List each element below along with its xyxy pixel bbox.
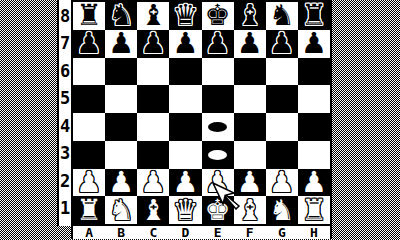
square-b1[interactable]: ♞ [105, 196, 137, 224]
square-b7[interactable]: ♟ [105, 30, 137, 58]
square-g1[interactable]: ♞ [266, 196, 298, 224]
square-e4[interactable] [202, 113, 234, 141]
piece-white-pawn[interactable]: ♟ [237, 169, 263, 196]
square-g4[interactable] [266, 113, 298, 141]
square-a5[interactable] [73, 85, 105, 113]
piece-white-knight[interactable]: ♞ [269, 197, 295, 224]
square-d6[interactable] [169, 58, 201, 86]
file-label: D [169, 226, 201, 239]
square-d5[interactable] [169, 85, 201, 113]
square-b6[interactable] [105, 58, 137, 86]
piece-black-pawn[interactable]: ♟ [76, 30, 102, 57]
rank-label: 8 [59, 2, 71, 30]
square-g6[interactable] [266, 58, 298, 86]
piece-white-queen[interactable]: ♛ [172, 197, 198, 224]
rank-label: 3 [59, 140, 71, 168]
piece-white-knight[interactable]: ♞ [108, 197, 134, 224]
square-c4[interactable] [137, 113, 169, 141]
square-e1[interactable]: ♚ [202, 196, 234, 224]
square-f5[interactable] [234, 85, 266, 113]
square-c1[interactable]: ♝ [137, 196, 169, 224]
file-label: H [298, 226, 330, 239]
rank-label: 6 [59, 57, 71, 85]
piece-white-pawn[interactable]: ♟ [108, 169, 134, 196]
square-d1[interactable]: ♛ [169, 196, 201, 224]
rank-label: 7 [59, 30, 71, 58]
square-c6[interactable] [137, 58, 169, 86]
piece-white-king[interactable]: ♚ [205, 197, 231, 224]
square-c7[interactable]: ♟ [137, 30, 169, 58]
square-f6[interactable] [234, 58, 266, 86]
file-label: F [234, 226, 266, 239]
square-h6[interactable] [298, 58, 330, 86]
square-a6[interactable] [73, 58, 105, 86]
square-a7[interactable]: ♟ [73, 30, 105, 58]
square-d4[interactable] [169, 113, 201, 141]
piece-black-pawn[interactable]: ♟ [172, 30, 198, 57]
piece-white-pawn[interactable]: ♟ [301, 169, 327, 196]
move-hint-dot [208, 122, 227, 132]
file-label: A [73, 226, 105, 239]
rank-label: 1 [59, 195, 71, 223]
piece-white-rook[interactable]: ♜ [301, 197, 327, 224]
piece-white-pawn[interactable]: ♟ [172, 169, 198, 196]
square-f4[interactable] [234, 113, 266, 141]
rank-label: 4 [59, 112, 71, 140]
piece-black-pawn[interactable]: ♟ [108, 30, 134, 57]
piece-black-pawn[interactable]: ♟ [269, 30, 295, 57]
rank-labels-strip: 87654321 [57, 0, 71, 226]
square-f1[interactable]: ♝ [234, 196, 266, 224]
piece-white-pawn[interactable]: ♟ [76, 169, 102, 196]
square-f7[interactable]: ♟ [234, 30, 266, 58]
square-h5[interactable] [298, 85, 330, 113]
chess-board[interactable]: ♜♞♝♛♚♝♞♜♟♟♟♟♟♟♟♟♟♟♟♟♟♟♟♟♜♞♝♛♚♝♞♜ [71, 0, 332, 226]
square-e6[interactable] [202, 58, 234, 86]
rank-label: 5 [59, 85, 71, 113]
square-h4[interactable] [298, 113, 330, 141]
piece-black-pawn[interactable]: ♟ [301, 30, 327, 57]
rank-label: 2 [59, 167, 71, 195]
piece-white-pawn[interactable]: ♟ [269, 169, 295, 196]
move-hint-dot [208, 150, 227, 160]
file-label: C [137, 226, 169, 239]
square-a4[interactable] [73, 113, 105, 141]
file-label: B [105, 226, 137, 239]
square-g5[interactable] [266, 85, 298, 113]
piece-white-bishop[interactable]: ♝ [140, 197, 166, 224]
piece-white-rook[interactable]: ♜ [76, 197, 102, 224]
square-g7[interactable]: ♟ [266, 30, 298, 58]
square-h1[interactable]: ♜ [298, 196, 330, 224]
square-e5[interactable] [202, 85, 234, 113]
piece-white-pawn[interactable]: ♟ [205, 169, 231, 196]
file-labels-strip: ABCDEFGH [71, 226, 332, 239]
chess-app-window: 87654321 ♜♞♝♛♚♝♞♜♟♟♟♟♟♟♟♟♟♟♟♟♟♟♟♟♜♞♝♛♚♝♞… [0, 0, 400, 240]
piece-white-bishop[interactable]: ♝ [237, 197, 263, 224]
square-e7[interactable]: ♟ [202, 30, 234, 58]
square-b5[interactable] [105, 85, 137, 113]
square-c5[interactable] [137, 85, 169, 113]
file-label: G [266, 226, 298, 239]
square-a1[interactable]: ♜ [73, 196, 105, 224]
square-d7[interactable]: ♟ [169, 30, 201, 58]
piece-black-pawn[interactable]: ♟ [205, 30, 231, 57]
square-h7[interactable]: ♟ [298, 30, 330, 58]
piece-white-pawn[interactable]: ♟ [140, 169, 166, 196]
piece-black-pawn[interactable]: ♟ [237, 30, 263, 57]
piece-black-pawn[interactable]: ♟ [140, 30, 166, 57]
file-label: E [202, 226, 234, 239]
square-b4[interactable] [105, 113, 137, 141]
